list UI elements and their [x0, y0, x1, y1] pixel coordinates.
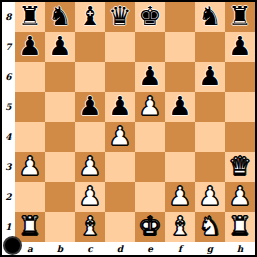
square-e7[interactable]: [135, 32, 165, 62]
square-c1[interactable]: ♝: [75, 212, 105, 242]
square-a7[interactable]: ♟: [15, 32, 45, 62]
square-f3[interactable]: [165, 152, 195, 182]
white-knight-g1[interactable]: ♞: [198, 213, 221, 239]
square-f6[interactable]: [165, 62, 195, 92]
square-h3[interactable]: ♛: [225, 152, 255, 182]
square-h1[interactable]: ♜: [225, 212, 255, 242]
square-f5[interactable]: ♟: [165, 92, 195, 122]
square-f1[interactable]: ♝: [165, 212, 195, 242]
square-b1[interactable]: [45, 212, 75, 242]
square-c6[interactable]: [75, 62, 105, 92]
square-b7[interactable]: ♟: [45, 32, 75, 62]
square-d1[interactable]: [105, 212, 135, 242]
square-c4[interactable]: [75, 122, 105, 152]
white-bishop-f1[interactable]: ♝: [168, 213, 191, 239]
square-a3[interactable]: ♟: [15, 152, 45, 182]
square-c2[interactable]: ♟: [75, 182, 105, 212]
file-label-g: g: [195, 242, 225, 255]
file-labels: abcdefgh: [15, 242, 255, 255]
square-c3[interactable]: ♟: [75, 152, 105, 182]
square-d3[interactable]: [105, 152, 135, 182]
rank-label-5: 5: [2, 92, 15, 122]
chess-diagram: 87654321 ♜♞♝♛♚♞♜♟♟♟♟♟♟♟♟♟♟♟♟♛♟♟♟♟♜♝♚♝♞♜ …: [0, 0, 257, 257]
square-d5[interactable]: ♟: [105, 92, 135, 122]
black-rook-h8[interactable]: ♜: [228, 3, 251, 29]
file-label-b: b: [45, 242, 75, 255]
square-f2[interactable]: ♟: [165, 182, 195, 212]
square-b3[interactable]: [45, 152, 75, 182]
white-queen-h3[interactable]: ♛: [228, 153, 251, 179]
square-g8[interactable]: ♞: [195, 2, 225, 32]
square-a5[interactable]: [15, 92, 45, 122]
black-pawn-h7[interactable]: ♟: [228, 33, 251, 59]
square-g3[interactable]: [195, 152, 225, 182]
square-a8[interactable]: ♜: [15, 2, 45, 32]
black-pawn-a7[interactable]: ♟: [18, 33, 41, 59]
black-pawn-g6[interactable]: ♟: [198, 63, 221, 89]
rank-label-8: 8: [2, 2, 15, 32]
black-knight-b8[interactable]: ♞: [48, 3, 71, 29]
white-pawn-g2[interactable]: ♟: [198, 183, 221, 209]
square-g4[interactable]: [195, 122, 225, 152]
square-h2[interactable]: ♟: [225, 182, 255, 212]
square-d2[interactable]: [105, 182, 135, 212]
square-g6[interactable]: ♟: [195, 62, 225, 92]
square-b6[interactable]: [45, 62, 75, 92]
white-pawn-e5[interactable]: ♟: [138, 93, 161, 119]
white-pawn-a3[interactable]: ♟: [18, 153, 41, 179]
black-king-e8[interactable]: ♚: [138, 3, 161, 29]
square-e3[interactable]: [135, 152, 165, 182]
white-pawn-d4[interactable]: ♟: [108, 123, 131, 149]
white-king-e1[interactable]: ♚: [138, 213, 161, 239]
square-e5[interactable]: ♟: [135, 92, 165, 122]
square-c5[interactable]: ♟: [75, 92, 105, 122]
square-g5[interactable]: [195, 92, 225, 122]
square-d8[interactable]: ♛: [105, 2, 135, 32]
square-a1[interactable]: ♜: [15, 212, 45, 242]
square-c8[interactable]: ♝: [75, 2, 105, 32]
square-a2[interactable]: [15, 182, 45, 212]
square-b2[interactable]: [45, 182, 75, 212]
white-pawn-c3[interactable]: ♟: [78, 153, 101, 179]
square-g7[interactable]: [195, 32, 225, 62]
square-f8[interactable]: [165, 2, 195, 32]
square-e6[interactable]: ♟: [135, 62, 165, 92]
white-pawn-c2[interactable]: ♟: [78, 183, 101, 209]
black-pawn-f5[interactable]: ♟: [168, 93, 191, 119]
black-rook-a8[interactable]: ♜: [18, 3, 41, 29]
square-d6[interactable]: [105, 62, 135, 92]
file-label-h: h: [225, 242, 255, 255]
square-f7[interactable]: [165, 32, 195, 62]
square-h5[interactable]: [225, 92, 255, 122]
square-a6[interactable]: [15, 62, 45, 92]
square-a4[interactable]: [15, 122, 45, 152]
file-label-f: f: [165, 242, 195, 255]
square-f4[interactable]: [165, 122, 195, 152]
square-b8[interactable]: ♞: [45, 2, 75, 32]
square-b5[interactable]: [45, 92, 75, 122]
white-bishop-c1[interactable]: ♝: [78, 213, 101, 239]
turn-indicator-black-to-move: [3, 236, 22, 255]
rank-label-7: 7: [2, 32, 15, 62]
file-label-d: d: [105, 242, 135, 255]
black-pawn-b7[interactable]: ♟: [48, 33, 71, 59]
file-label-c: c: [75, 242, 105, 255]
rank-labels: 87654321: [2, 2, 15, 242]
rank-label-3: 3: [2, 152, 15, 182]
square-g2[interactable]: ♟: [195, 182, 225, 212]
black-queen-d8[interactable]: ♛: [108, 3, 131, 29]
white-pawn-f2[interactable]: ♟: [168, 183, 191, 209]
rank-label-4: 4: [2, 122, 15, 152]
rank-label-6: 6: [2, 62, 15, 92]
square-h4[interactable]: [225, 122, 255, 152]
black-knight-g8[interactable]: ♞: [198, 3, 221, 29]
black-pawn-e6[interactable]: ♟: [138, 63, 161, 89]
chess-board: ♜♞♝♛♚♞♜♟♟♟♟♟♟♟♟♟♟♟♟♛♟♟♟♟♜♝♚♝♞♜: [15, 2, 255, 242]
square-e2[interactable]: [135, 182, 165, 212]
white-pawn-h2[interactable]: ♟: [228, 183, 251, 209]
square-d7[interactable]: [105, 32, 135, 62]
square-e8[interactable]: ♚: [135, 2, 165, 32]
square-h7[interactable]: ♟: [225, 32, 255, 62]
square-e1[interactable]: ♚: [135, 212, 165, 242]
square-h6[interactable]: [225, 62, 255, 92]
square-g1[interactable]: ♞: [195, 212, 225, 242]
white-rook-a1[interactable]: ♜: [18, 213, 41, 239]
black-pawn-c5[interactable]: ♟: [78, 93, 101, 119]
black-bishop-c8[interactable]: ♝: [78, 3, 101, 29]
square-c7[interactable]: [75, 32, 105, 62]
square-d4[interactable]: ♟: [105, 122, 135, 152]
square-h8[interactable]: ♜: [225, 2, 255, 32]
black-pawn-d5[interactable]: ♟: [108, 93, 131, 119]
square-b4[interactable]: [45, 122, 75, 152]
square-e4[interactable]: [135, 122, 165, 152]
rank-label-2: 2: [2, 182, 15, 212]
file-label-e: e: [135, 242, 165, 255]
white-rook-h1[interactable]: ♜: [228, 213, 251, 239]
